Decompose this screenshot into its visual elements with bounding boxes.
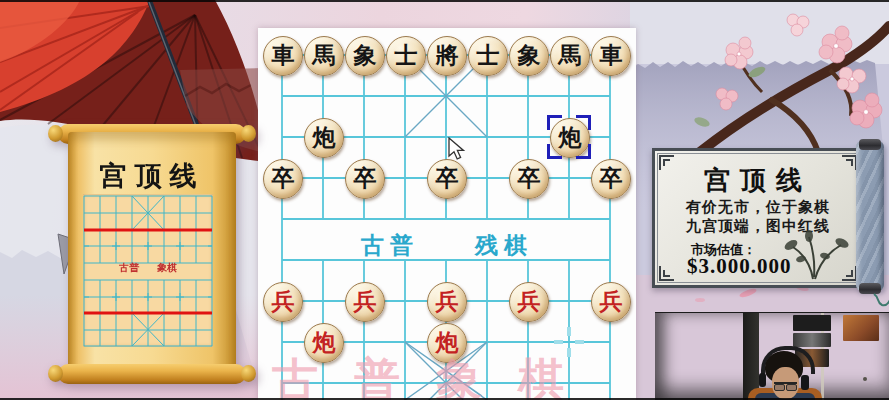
- river-label-right: 残棋: [475, 230, 533, 261]
- piece-black[interactable]: 將: [427, 36, 467, 76]
- scroll-finial: [241, 365, 256, 382]
- mouse-cursor: [448, 137, 466, 161]
- door-knob: [863, 377, 867, 381]
- headphone-earcup-icon: [759, 373, 766, 387]
- piece-black[interactable]: 卒: [263, 159, 303, 199]
- left-scroll: 宫顶线 古普 象棋: [48, 112, 256, 400]
- mini-river-right: 象棋: [157, 261, 177, 275]
- board-watermark: 古普象棋: [272, 350, 600, 400]
- corner-ornament: [659, 155, 674, 170]
- river-label-left: 古普: [361, 230, 419, 261]
- wall-poster: [843, 315, 879, 341]
- scroll-finial: [48, 125, 63, 142]
- piece-black[interactable]: 士: [386, 36, 426, 76]
- piece-black[interactable]: 卒: [427, 159, 467, 199]
- piece-red[interactable]: 兵: [591, 282, 631, 322]
- xiangqi-board[interactable]: 古普 残棋 車馬象士將士象馬車炮炮卒卒卒卒卒兵兵兵兵兵炮炮 古普象棋: [258, 28, 636, 400]
- headphone-earcup-icon: [801, 375, 809, 390]
- ink-plant-decoration: [775, 229, 853, 281]
- mini-board-diagram: 古普 象棋: [83, 194, 213, 347]
- piece-red[interactable]: 兵: [509, 282, 549, 322]
- roll-cap-top: [859, 139, 881, 150]
- piece-black[interactable]: 士: [468, 36, 508, 76]
- scroll-finial: [241, 125, 256, 142]
- piece-selection-box: [547, 115, 591, 159]
- mini-board-river-labels: 古普 象棋: [83, 261, 213, 275]
- piece-black[interactable]: 馬: [304, 36, 344, 76]
- piece-red[interactable]: 兵: [345, 282, 385, 322]
- letterbox-top: [0, 0, 889, 2]
- piece-red[interactable]: 兵: [263, 282, 303, 322]
- corner-ornament: [659, 266, 674, 281]
- person-glasses: [774, 382, 797, 390]
- piece-black[interactable]: 炮: [304, 118, 344, 158]
- scroll-finial: [48, 365, 63, 382]
- move-origin-marker: [554, 327, 584, 357]
- piece-black[interactable]: 車: [591, 36, 631, 76]
- corner-ornament: [842, 155, 857, 170]
- piece-black[interactable]: 馬: [550, 36, 590, 76]
- river-labels: 古普 残棋: [258, 230, 636, 261]
- piece-red[interactable]: 兵: [427, 282, 467, 322]
- mini-river-left: 古普: [119, 261, 139, 275]
- stream-frame: 古普 残棋 車馬象士將士象馬車炮炮卒卒卒卒卒兵兵兵兵兵炮炮 古普象棋 宫顶线: [0, 0, 889, 400]
- webcam-video: [655, 312, 889, 400]
- piece-black[interactable]: 象: [345, 36, 385, 76]
- piece-black[interactable]: 卒: [591, 159, 631, 199]
- cam-doorframe-dark: [743, 313, 759, 400]
- piece-black[interactable]: 卒: [345, 159, 385, 199]
- piece-black[interactable]: 象: [509, 36, 549, 76]
- roll-tassel: [872, 292, 889, 308]
- info-plaque: 宫顶线 有价无市，位于象棋 九宫顶端，图中红线 市场估值： $3.000.000: [652, 148, 864, 288]
- wall-poster: [793, 333, 831, 347]
- scroll-bottom-roller: [58, 364, 246, 384]
- piece-black[interactable]: 卒: [509, 159, 549, 199]
- piece-black[interactable]: 車: [263, 36, 303, 76]
- wall-poster: [793, 315, 831, 331]
- plaque-scroll-roll: [856, 141, 884, 291]
- scroll-title: 宫顶线: [68, 158, 236, 194]
